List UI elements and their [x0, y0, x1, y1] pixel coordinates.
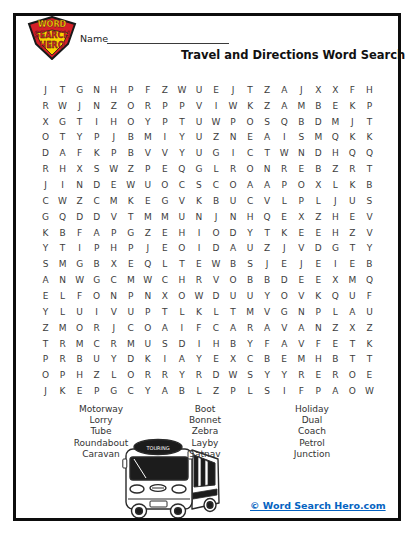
grid-cell-r6c2[interactable]: H: [54, 161, 71, 177]
grid-cell-r5c11[interactable]: G: [207, 145, 224, 161]
grid-cell-r6c6[interactable]: Z: [122, 161, 139, 177]
word-list-item[interactable]: Roundabout: [41, 438, 161, 449]
grid-cell-r20c3[interactable]: E: [71, 383, 88, 399]
word-list-item[interactable]: Caravan: [41, 449, 161, 460]
grid-cell-r16c1[interactable]: Z: [37, 320, 54, 336]
grid-cell-r10c19[interactable]: Z: [344, 225, 361, 241]
grid-cell-r12c15[interactable]: E: [276, 256, 293, 272]
grid-cell-r14c11[interactable]: D: [207, 288, 224, 304]
grid-cell-r20c9[interactable]: B: [173, 383, 190, 399]
grid-cell-r15c17[interactable]: P: [310, 304, 327, 320]
grid-cell-r18c10[interactable]: Y: [190, 351, 207, 367]
grid-cell-r3c3[interactable]: T: [71, 114, 88, 130]
grid-cell-r15c12[interactable]: T: [225, 304, 242, 320]
grid-cell-r10c3[interactable]: F: [71, 225, 88, 241]
grid-cell-r18c2[interactable]: R: [54, 351, 71, 367]
grid-cell-r9c9[interactable]: U: [173, 209, 190, 225]
grid-cell-r9c5[interactable]: V: [105, 209, 122, 225]
grid-cell-r10c15[interactable]: K: [276, 225, 293, 241]
grid-cell-r3c16[interactable]: B: [293, 114, 310, 130]
grid-cell-r6c4[interactable]: S: [88, 161, 105, 177]
grid-cell-r7c13[interactable]: A: [242, 177, 259, 193]
grid-cell-r3c11[interactable]: W: [207, 114, 224, 130]
grid-cell-r17c16[interactable]: V: [293, 336, 310, 352]
grid-cell-r8c9[interactable]: V: [173, 193, 190, 209]
grid-cell-r20c5[interactable]: G: [105, 383, 122, 399]
grid-cell-r9c16[interactable]: X: [293, 209, 310, 225]
grid-cell-r14c16[interactable]: V: [293, 288, 310, 304]
grid-cell-r10c9[interactable]: H: [173, 225, 190, 241]
grid-cell-r9c4[interactable]: D: [88, 209, 105, 225]
grid-cell-r7c3[interactable]: N: [71, 177, 88, 193]
grid-cell-r6c8[interactable]: E: [156, 161, 173, 177]
grid-cell-r7c4[interactable]: D: [88, 177, 105, 193]
grid-cell-r13c9[interactable]: H: [173, 272, 190, 288]
grid-cell-r2c9[interactable]: P: [173, 98, 190, 114]
grid-cell-r15c6[interactable]: U: [122, 304, 139, 320]
grid-cell-r4c7[interactable]: M: [139, 130, 156, 146]
grid-cell-r15c20[interactable]: U: [361, 304, 378, 320]
grid-cell-r14c8[interactable]: X: [156, 288, 173, 304]
grid-cell-r17c11[interactable]: H: [207, 336, 224, 352]
grid-cell-r3c15[interactable]: Q: [276, 114, 293, 130]
grid-cell-r8c19[interactable]: U: [344, 193, 361, 209]
grid-cell-r20c8[interactable]: A: [156, 383, 173, 399]
grid-cell-r13c11[interactable]: V: [207, 272, 224, 288]
grid-cell-r10c13[interactable]: Y: [242, 225, 259, 241]
grid-cell-r10c20[interactable]: V: [361, 225, 378, 241]
grid-cell-r2c10[interactable]: V: [190, 98, 207, 114]
grid-cell-r15c8[interactable]: T: [156, 304, 173, 320]
grid-cell-r20c7[interactable]: Y: [139, 383, 156, 399]
grid-cell-r12c3[interactable]: G: [71, 256, 88, 272]
grid-cell-r3c7[interactable]: Y: [139, 114, 156, 130]
grid-cell-r17c17[interactable]: F: [310, 336, 327, 352]
grid-cell-r7c5[interactable]: E: [105, 177, 122, 193]
grid-cell-r11c7[interactable]: J: [139, 241, 156, 257]
grid-cell-r20c19[interactable]: O: [344, 383, 361, 399]
grid-cell-r2c12[interactable]: W: [225, 98, 242, 114]
grid-cell-r12c13[interactable]: S: [242, 256, 259, 272]
grid-cell-r11c8[interactable]: E: [156, 241, 173, 257]
grid-cell-r11c1[interactable]: Y: [37, 241, 54, 257]
grid-cell-r8c18[interactable]: J: [327, 193, 344, 209]
grid-cell-r20c2[interactable]: K: [54, 383, 71, 399]
grid-cell-r15c13[interactable]: M: [242, 304, 259, 320]
grid-cell-r12c4[interactable]: B: [88, 256, 105, 272]
grid-cell-r19c20[interactable]: E: [361, 367, 378, 383]
grid-cell-r17c6[interactable]: M: [122, 336, 139, 352]
grid-cell-r3c14[interactable]: S: [259, 114, 276, 130]
grid-cell-r13c5[interactable]: C: [105, 272, 122, 288]
grid-cell-r15c11[interactable]: L: [207, 304, 224, 320]
grid-cell-r13c12[interactable]: O: [225, 272, 242, 288]
grid-cell-r11c3[interactable]: I: [71, 241, 88, 257]
grid-cell-r1c14[interactable]: Z: [259, 82, 276, 98]
grid-cell-r7c9[interactable]: C: [173, 177, 190, 193]
grid-cell-r19c15[interactable]: Y: [276, 367, 293, 383]
grid-cell-r13c14[interactable]: B: [259, 272, 276, 288]
grid-cell-r20c15[interactable]: I: [276, 383, 293, 399]
grid-cell-r14c9[interactable]: O: [173, 288, 190, 304]
grid-cell-r16c13[interactable]: R: [242, 320, 259, 336]
grid-cell-r6c14[interactable]: N: [259, 161, 276, 177]
grid-cell-r20c18[interactable]: A: [327, 383, 344, 399]
grid-cell-r12c2[interactable]: M: [54, 256, 71, 272]
grid-cell-r17c15[interactable]: A: [276, 336, 293, 352]
word-list-item[interactable]: Dual: [252, 415, 372, 426]
grid-cell-r14c4[interactable]: O: [88, 288, 105, 304]
grid-cell-r6c18[interactable]: Z: [327, 161, 344, 177]
grid-cell-r11c14[interactable]: Z: [259, 241, 276, 257]
grid-cell-r3c18[interactable]: M: [327, 114, 344, 130]
grid-cell-r16c5[interactable]: J: [105, 320, 122, 336]
grid-cell-r1c19[interactable]: F: [344, 82, 361, 98]
grid-cell-r17c20[interactable]: K: [361, 336, 378, 352]
grid-cell-r9c2[interactable]: Q: [54, 209, 71, 225]
grid-cell-r1c7[interactable]: F: [139, 82, 156, 98]
grid-cell-r11c17[interactable]: D: [310, 241, 327, 257]
grid-cell-r12c14[interactable]: J: [259, 256, 276, 272]
grid-cell-r10c4[interactable]: A: [88, 225, 105, 241]
grid-cell-r10c18[interactable]: H: [327, 225, 344, 241]
grid-cell-r5c5[interactable]: P: [105, 145, 122, 161]
grid-cell-r4c19[interactable]: K: [344, 130, 361, 146]
grid-cell-r16c11[interactable]: C: [207, 320, 224, 336]
grid-cell-r7c7[interactable]: U: [139, 177, 156, 193]
grid-cell-r6c19[interactable]: R: [344, 161, 361, 177]
grid-cell-r14c2[interactable]: L: [54, 288, 71, 304]
grid-cell-r11c16[interactable]: V: [293, 241, 310, 257]
grid-cell-r3c19[interactable]: J: [344, 114, 361, 130]
grid-cell-r2c1[interactable]: R: [37, 98, 54, 114]
grid-cell-r1c1[interactable]: J: [37, 82, 54, 98]
grid-cell-r2c5[interactable]: Z: [105, 98, 122, 114]
grid-cell-r4c2[interactable]: T: [54, 130, 71, 146]
grid-cell-r3c20[interactable]: T: [361, 114, 378, 130]
grid-cell-r19c17[interactable]: E: [310, 367, 327, 383]
grid-cell-r11c4[interactable]: P: [88, 241, 105, 257]
grid-cell-r20c14[interactable]: S: [259, 383, 276, 399]
grid-cell-r12c12[interactable]: B: [225, 256, 242, 272]
grid-cell-r19c13[interactable]: S: [242, 367, 259, 383]
grid-cell-r17c18[interactable]: E: [327, 336, 344, 352]
grid-cell-r12c16[interactable]: J: [293, 256, 310, 272]
grid-cell-r9c7[interactable]: M: [139, 209, 156, 225]
grid-cell-r14c13[interactable]: U: [242, 288, 259, 304]
grid-cell-r19c14[interactable]: Y: [259, 367, 276, 383]
grid-cell-r16c12[interactable]: A: [225, 320, 242, 336]
grid-cell-r2c3[interactable]: J: [71, 98, 88, 114]
word-search-hero-link[interactable]: © Word Search Hero.com: [250, 500, 386, 511]
grid-cell-r8c8[interactable]: G: [156, 193, 173, 209]
grid-cell-r14c15[interactable]: O: [276, 288, 293, 304]
word-list-item[interactable]: Satnav: [145, 449, 265, 460]
grid-cell-r9c18[interactable]: H: [327, 209, 344, 225]
grid-cell-r7c10[interactable]: S: [190, 177, 207, 193]
grid-cell-r15c5[interactable]: V: [105, 304, 122, 320]
grid-cell-r11c18[interactable]: G: [327, 241, 344, 257]
grid-cell-r6c13[interactable]: O: [242, 161, 259, 177]
grid-cell-r9c15[interactable]: E: [276, 209, 293, 225]
grid-cell-r16c17[interactable]: N: [310, 320, 327, 336]
grid-cell-r13c7[interactable]: W: [139, 272, 156, 288]
grid-cell-r17c14[interactable]: F: [259, 336, 276, 352]
word-list-item[interactable]: Coach: [252, 426, 372, 437]
grid-cell-r13c16[interactable]: E: [293, 272, 310, 288]
grid-cell-r18c3[interactable]: B: [71, 351, 88, 367]
grid-cell-r4c8[interactable]: I: [156, 130, 173, 146]
grid-cell-r5c17[interactable]: D: [310, 145, 327, 161]
grid-cell-r6c12[interactable]: R: [225, 161, 242, 177]
grid-cell-r6c5[interactable]: W: [105, 161, 122, 177]
grid-cell-r6c15[interactable]: R: [276, 161, 293, 177]
grid-cell-r18c18[interactable]: B: [327, 351, 344, 367]
grid-cell-r2c2[interactable]: W: [54, 98, 71, 114]
grid-cell-r4c4[interactable]: P: [88, 130, 105, 146]
grid-cell-r18c11[interactable]: E: [207, 351, 224, 367]
grid-cell-r17c3[interactable]: M: [71, 336, 88, 352]
grid-cell-r4c12[interactable]: N: [225, 130, 242, 146]
grid-cell-r17c1[interactable]: T: [37, 336, 54, 352]
grid-cell-r15c16[interactable]: N: [293, 304, 310, 320]
grid-cell-r4c9[interactable]: Y: [173, 130, 190, 146]
grid-cell-r5c6[interactable]: B: [122, 145, 139, 161]
grid-cell-r10c17[interactable]: E: [310, 225, 327, 241]
grid-cell-r7c2[interactable]: I: [54, 177, 71, 193]
grid-cell-r9c10[interactable]: N: [190, 209, 207, 225]
grid-cell-r5c13[interactable]: C: [242, 145, 259, 161]
grid-cell-r20c12[interactable]: P: [225, 383, 242, 399]
grid-cell-r7c14[interactable]: A: [259, 177, 276, 193]
grid-cell-r20c16[interactable]: F: [293, 383, 310, 399]
grid-cell-r5c10[interactable]: U: [190, 145, 207, 161]
grid-cell-r14c10[interactable]: W: [190, 288, 207, 304]
grid-cell-r4c17[interactable]: M: [310, 130, 327, 146]
grid-cell-r7c18[interactable]: L: [327, 177, 344, 193]
grid-cell-r18c1[interactable]: P: [37, 351, 54, 367]
grid-cell-r16c9[interactable]: I: [173, 320, 190, 336]
grid-cell-r20c17[interactable]: P: [310, 383, 327, 399]
grid-cell-r7c17[interactable]: X: [310, 177, 327, 193]
grid-cell-r11c13[interactable]: U: [242, 241, 259, 257]
grid-cell-r19c8[interactable]: R: [156, 367, 173, 383]
grid-cell-r1c17[interactable]: X: [310, 82, 327, 98]
grid-cell-r19c3[interactable]: H: [71, 367, 88, 383]
grid-cell-r5c14[interactable]: T: [259, 145, 276, 161]
grid-cell-r6c7[interactable]: P: [139, 161, 156, 177]
grid-cell-r4c11[interactable]: Z: [207, 130, 224, 146]
grid-cell-r2c6[interactable]: O: [122, 98, 139, 114]
grid-cell-r7c20[interactable]: B: [361, 177, 378, 193]
word-list-item[interactable]: Motorway: [41, 404, 161, 415]
grid-cell-r5c20[interactable]: Q: [361, 145, 378, 161]
grid-cell-r18c15[interactable]: E: [276, 351, 293, 367]
grid-cell-r16c8[interactable]: A: [156, 320, 173, 336]
grid-cell-r12c10[interactable]: E: [190, 256, 207, 272]
grid-cell-r18c12[interactable]: X: [225, 351, 242, 367]
grid-cell-r1c8[interactable]: Z: [156, 82, 173, 98]
grid-cell-r12c11[interactable]: W: [207, 256, 224, 272]
grid-cell-r7c8[interactable]: O: [156, 177, 173, 193]
grid-cell-r15c7[interactable]: P: [139, 304, 156, 320]
grid-cell-r15c9[interactable]: L: [173, 304, 190, 320]
grid-cell-r11c11[interactable]: D: [207, 241, 224, 257]
word-list-item[interactable]: Holiday: [252, 404, 372, 415]
grid-cell-r12c19[interactable]: E: [344, 256, 361, 272]
grid-cell-r8c7[interactable]: E: [139, 193, 156, 209]
grid-cell-r14c18[interactable]: Q: [327, 288, 344, 304]
grid-cell-r14c7[interactable]: N: [139, 288, 156, 304]
grid-cell-r4c20[interactable]: K: [361, 130, 378, 146]
grid-cell-r19c9[interactable]: Y: [173, 367, 190, 383]
grid-cell-r8c20[interactable]: S: [361, 193, 378, 209]
grid-cell-r9c20[interactable]: V: [361, 209, 378, 225]
grid-cell-r15c10[interactable]: K: [190, 304, 207, 320]
grid-cell-r5c9[interactable]: Y: [173, 145, 190, 161]
grid-cell-r12c7[interactable]: Q: [139, 256, 156, 272]
grid-cell-r14c20[interactable]: F: [361, 288, 378, 304]
grid-cell-r2c19[interactable]: K: [344, 98, 361, 114]
grid-cell-r16c16[interactable]: A: [293, 320, 310, 336]
grid-cell-r8c13[interactable]: C: [242, 193, 259, 209]
grid-cell-r5c18[interactable]: H: [327, 145, 344, 161]
grid-cell-r13c17[interactable]: E: [310, 272, 327, 288]
grid-cell-r12c1[interactable]: S: [37, 256, 54, 272]
grid-cell-r12c9[interactable]: T: [173, 256, 190, 272]
grid-cell-r1c18[interactable]: X: [327, 82, 344, 98]
grid-cell-r7c19[interactable]: K: [344, 177, 361, 193]
grid-cell-r18c4[interactable]: U: [88, 351, 105, 367]
grid-cell-r5c3[interactable]: F: [71, 145, 88, 161]
grid-cell-r18c16[interactable]: M: [293, 351, 310, 367]
grid-cell-r2c14[interactable]: Z: [259, 98, 276, 114]
grid-cell-r17c7[interactable]: U: [139, 336, 156, 352]
grid-cell-r10c14[interactable]: T: [259, 225, 276, 241]
grid-cell-r8c1[interactable]: C: [37, 193, 54, 209]
grid-cell-r5c2[interactable]: A: [54, 145, 71, 161]
grid-cell-r19c1[interactable]: O: [37, 367, 54, 383]
grid-cell-r19c4[interactable]: Z: [88, 367, 105, 383]
grid-cell-r15c3[interactable]: U: [71, 304, 88, 320]
grid-cell-r5c16[interactable]: N: [293, 145, 310, 161]
grid-cell-r7c1[interactable]: J: [37, 177, 54, 193]
grid-cell-r17c12[interactable]: B: [225, 336, 242, 352]
grid-cell-r10c16[interactable]: E: [293, 225, 310, 241]
grid-cell-r18c20[interactable]: T: [361, 351, 378, 367]
grid-cell-r16c4[interactable]: R: [88, 320, 105, 336]
grid-cell-r8c17[interactable]: L: [310, 193, 327, 209]
grid-cell-r18c14[interactable]: B: [259, 351, 276, 367]
grid-cell-r12c6[interactable]: E: [122, 256, 139, 272]
grid-cell-r15c4[interactable]: I: [88, 304, 105, 320]
grid-cell-r3c6[interactable]: O: [122, 114, 139, 130]
grid-cell-r3c17[interactable]: D: [310, 114, 327, 130]
grid-cell-r9c19[interactable]: E: [344, 209, 361, 225]
grid-cell-r12c17[interactable]: E: [310, 256, 327, 272]
word-list-item[interactable]: Zebra: [145, 426, 265, 437]
grid-cell-r15c19[interactable]: A: [344, 304, 361, 320]
grid-cell-r1c15[interactable]: A: [276, 82, 293, 98]
grid-cell-r17c13[interactable]: Y: [242, 336, 259, 352]
grid-cell-r14c1[interactable]: E: [37, 288, 54, 304]
grid-cell-r4c18[interactable]: Q: [327, 130, 344, 146]
grid-cell-r18c9[interactable]: A: [173, 351, 190, 367]
grid-cell-r2c13[interactable]: K: [242, 98, 259, 114]
grid-cell-r3c5[interactable]: H: [105, 114, 122, 130]
grid-cell-r13c4[interactable]: G: [88, 272, 105, 288]
grid-cell-r13c18[interactable]: X: [327, 272, 344, 288]
grid-cell-r15c2[interactable]: L: [54, 304, 71, 320]
grid-cell-r4c1[interactable]: O: [37, 130, 54, 146]
grid-cell-r14c12[interactable]: U: [225, 288, 242, 304]
grid-cell-r6c16[interactable]: E: [293, 161, 310, 177]
grid-cell-r3c13[interactable]: O: [242, 114, 259, 130]
grid-cell-r1c5[interactable]: H: [105, 82, 122, 98]
grid-cell-r16c6[interactable]: C: [122, 320, 139, 336]
grid-cell-r18c19[interactable]: T: [344, 351, 361, 367]
grid-cell-r16c20[interactable]: Z: [361, 320, 378, 336]
grid-cell-r10c10[interactable]: I: [190, 225, 207, 241]
grid-cell-r5c15[interactable]: W: [276, 145, 293, 161]
grid-cell-r18c13[interactable]: C: [242, 351, 259, 367]
grid-cell-r12c18[interactable]: I: [327, 256, 344, 272]
grid-cell-r4c10[interactable]: U: [190, 130, 207, 146]
grid-cell-r4c5[interactable]: J: [105, 130, 122, 146]
grid-cell-r8c2[interactable]: W: [54, 193, 71, 209]
grid-cell-r2c15[interactable]: A: [276, 98, 293, 114]
word-list-item[interactable]: Lorry: [41, 415, 161, 426]
grid-cell-r1c11[interactable]: E: [207, 82, 224, 98]
grid-cell-r1c6[interactable]: P: [122, 82, 139, 98]
grid-cell-r1c2[interactable]: T: [54, 82, 71, 98]
grid-cell-r14c3[interactable]: F: [71, 288, 88, 304]
grid-cell-r9c14[interactable]: Q: [259, 209, 276, 225]
grid-cell-r8c14[interactable]: V: [259, 193, 276, 209]
grid-cell-r8c6[interactable]: K: [122, 193, 139, 209]
grid-cell-r16c2[interactable]: M: [54, 320, 71, 336]
grid-cell-r8c16[interactable]: P: [293, 193, 310, 209]
grid-cell-r3c9[interactable]: T: [173, 114, 190, 130]
grid-cell-r8c12[interactable]: U: [225, 193, 242, 209]
grid-cell-r4c15[interactable]: I: [276, 130, 293, 146]
grid-cell-r19c12[interactable]: W: [225, 367, 242, 383]
grid-cell-r16c3[interactable]: O: [71, 320, 88, 336]
grid-cell-r8c15[interactable]: L: [276, 193, 293, 209]
grid-cell-r9c11[interactable]: J: [207, 209, 224, 225]
grid-cell-r9c17[interactable]: Z: [310, 209, 327, 225]
grid-cell-r11c20[interactable]: Y: [361, 241, 378, 257]
grid-cell-r3c1[interactable]: X: [37, 114, 54, 130]
grid-cell-r10c1[interactable]: K: [37, 225, 54, 241]
grid-cell-r19c5[interactable]: L: [105, 367, 122, 383]
word-list-item[interactable]: Tube: [41, 426, 161, 437]
grid-cell-r18c6[interactable]: D: [122, 351, 139, 367]
grid-cell-r1c13[interactable]: T: [242, 82, 259, 98]
grid-cell-r20c6[interactable]: C: [122, 383, 139, 399]
grid-cell-r1c3[interactable]: G: [71, 82, 88, 98]
grid-cell-r6c3[interactable]: X: [71, 161, 88, 177]
grid-cell-r1c9[interactable]: W: [173, 82, 190, 98]
grid-cell-r13c2[interactable]: N: [54, 272, 71, 288]
grid-cell-r4c3[interactable]: Y: [71, 130, 88, 146]
word-list-item[interactable]: Layby: [145, 438, 265, 449]
grid-cell-r9c6[interactable]: T: [122, 209, 139, 225]
grid-cell-r12c5[interactable]: X: [105, 256, 122, 272]
grid-cell-r16c10[interactable]: F: [190, 320, 207, 336]
grid-cell-r20c4[interactable]: P: [88, 383, 105, 399]
grid-cell-r14c14[interactable]: Y: [259, 288, 276, 304]
